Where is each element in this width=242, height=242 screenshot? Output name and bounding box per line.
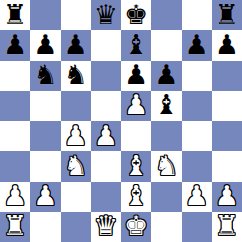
piece-black-bishop[interactable]: ♝ <box>154 91 178 118</box>
square-a8[interactable]: ♜ <box>0 0 30 30</box>
piece-white-pawn[interactable]: ♟ <box>215 182 239 209</box>
square-g3[interactable] <box>182 151 212 181</box>
square-h2[interactable]: ♟ <box>212 182 242 212</box>
piece-white-pawn[interactable]: ♟ <box>33 182 57 209</box>
square-d7[interactable] <box>91 30 121 60</box>
square-b2[interactable]: ♟ <box>30 182 60 212</box>
piece-white-queen[interactable]: ♛ <box>94 212 118 239</box>
piece-black-pawn[interactable]: ♟ <box>3 31 27 58</box>
square-a1[interactable]: ♜ <box>0 212 30 242</box>
piece-white-rook[interactable]: ♜ <box>215 212 239 239</box>
square-g1[interactable] <box>182 212 212 242</box>
square-g2[interactable]: ♟ <box>182 182 212 212</box>
square-h1[interactable]: ♜ <box>212 212 242 242</box>
square-a6[interactable] <box>0 61 30 91</box>
square-c8[interactable] <box>61 0 91 30</box>
square-a3[interactable] <box>0 151 30 181</box>
square-d5[interactable] <box>91 91 121 121</box>
square-h4[interactable] <box>212 121 242 151</box>
piece-white-pawn[interactable]: ♟ <box>124 91 148 118</box>
piece-white-pawn[interactable]: ♟ <box>185 182 209 209</box>
square-b5[interactable] <box>30 91 60 121</box>
square-f3[interactable]: ♞ <box>151 151 181 181</box>
square-g7[interactable]: ♟ <box>182 30 212 60</box>
square-d6[interactable] <box>91 61 121 91</box>
piece-white-pawn[interactable]: ♟ <box>94 122 118 149</box>
square-e1[interactable]: ♚ <box>121 212 151 242</box>
square-b6[interactable]: ♞ <box>30 61 60 91</box>
square-h8[interactable]: ♜ <box>212 0 242 30</box>
square-d1[interactable]: ♛ <box>91 212 121 242</box>
square-g8[interactable] <box>182 0 212 30</box>
square-a2[interactable]: ♟ <box>0 182 30 212</box>
square-f4[interactable] <box>151 121 181 151</box>
piece-black-pawn[interactable]: ♟ <box>215 31 239 58</box>
square-e7[interactable]: ♝ <box>121 30 151 60</box>
square-g4[interactable] <box>182 121 212 151</box>
square-c6[interactable]: ♞ <box>61 61 91 91</box>
square-f6[interactable]: ♟ <box>151 61 181 91</box>
square-h7[interactable]: ♟ <box>212 30 242 60</box>
square-f5[interactable]: ♝ <box>151 91 181 121</box>
piece-black-queen[interactable]: ♛ <box>94 1 118 28</box>
square-c3[interactable]: ♞ <box>61 151 91 181</box>
square-a4[interactable] <box>0 121 30 151</box>
piece-black-rook[interactable]: ♜ <box>3 1 27 28</box>
piece-white-knight[interactable]: ♞ <box>64 152 88 179</box>
piece-black-knight[interactable]: ♞ <box>64 61 88 88</box>
square-c4[interactable]: ♟ <box>61 121 91 151</box>
square-c2[interactable] <box>61 182 91 212</box>
piece-black-pawn[interactable]: ♟ <box>64 31 88 58</box>
piece-white-pawn[interactable]: ♟ <box>3 182 27 209</box>
square-e2[interactable]: ♝ <box>121 182 151 212</box>
chess-board: ♜♛♚♜♟♟♟♝♟♟♞♞♟♟♟♝♟♟♞♝♞♟♟♝♟♟♜♛♚♜ <box>0 0 242 242</box>
square-d2[interactable] <box>91 182 121 212</box>
square-a5[interactable] <box>0 91 30 121</box>
square-g6[interactable] <box>182 61 212 91</box>
square-d8[interactable]: ♛ <box>91 0 121 30</box>
piece-black-rook[interactable]: ♜ <box>215 1 239 28</box>
square-e6[interactable]: ♟ <box>121 61 151 91</box>
square-b3[interactable] <box>30 151 60 181</box>
piece-black-bishop[interactable]: ♝ <box>124 31 148 58</box>
square-h3[interactable] <box>212 151 242 181</box>
square-b8[interactable] <box>30 0 60 30</box>
square-f1[interactable] <box>151 212 181 242</box>
piece-white-pawn[interactable]: ♟ <box>64 122 88 149</box>
square-d3[interactable] <box>91 151 121 181</box>
square-c5[interactable] <box>61 91 91 121</box>
square-b4[interactable] <box>30 121 60 151</box>
square-c7[interactable]: ♟ <box>61 30 91 60</box>
square-e5[interactable]: ♟ <box>121 91 151 121</box>
square-e8[interactable]: ♚ <box>121 0 151 30</box>
piece-black-king[interactable]: ♚ <box>124 1 148 28</box>
square-b7[interactable]: ♟ <box>30 30 60 60</box>
square-a7[interactable]: ♟ <box>0 30 30 60</box>
piece-black-pawn[interactable]: ♟ <box>185 31 209 58</box>
piece-black-pawn[interactable]: ♟ <box>33 31 57 58</box>
square-e4[interactable] <box>121 121 151 151</box>
piece-black-pawn[interactable]: ♟ <box>154 61 178 88</box>
square-h5[interactable] <box>212 91 242 121</box>
piece-white-bishop[interactable]: ♝ <box>124 182 148 209</box>
square-g5[interactable] <box>182 91 212 121</box>
square-c1[interactable] <box>61 212 91 242</box>
piece-white-bishop[interactable]: ♝ <box>124 152 148 179</box>
piece-white-king[interactable]: ♚ <box>124 212 148 239</box>
square-f7[interactable] <box>151 30 181 60</box>
square-d4[interactable]: ♟ <box>91 121 121 151</box>
piece-white-rook[interactable]: ♜ <box>3 212 27 239</box>
piece-white-knight[interactable]: ♞ <box>154 152 178 179</box>
piece-black-pawn[interactable]: ♟ <box>124 61 148 88</box>
square-b1[interactable] <box>30 212 60 242</box>
square-f8[interactable] <box>151 0 181 30</box>
piece-black-knight[interactable]: ♞ <box>33 61 57 88</box>
square-h6[interactable] <box>212 61 242 91</box>
chess-board-screenshot: ♜♛♚♜♟♟♟♝♟♟♞♞♟♟♟♝♟♟♞♝♞♟♟♝♟♟♜♛♚♜ <box>0 0 242 242</box>
square-f2[interactable] <box>151 182 181 212</box>
square-e3[interactable]: ♝ <box>121 151 151 181</box>
